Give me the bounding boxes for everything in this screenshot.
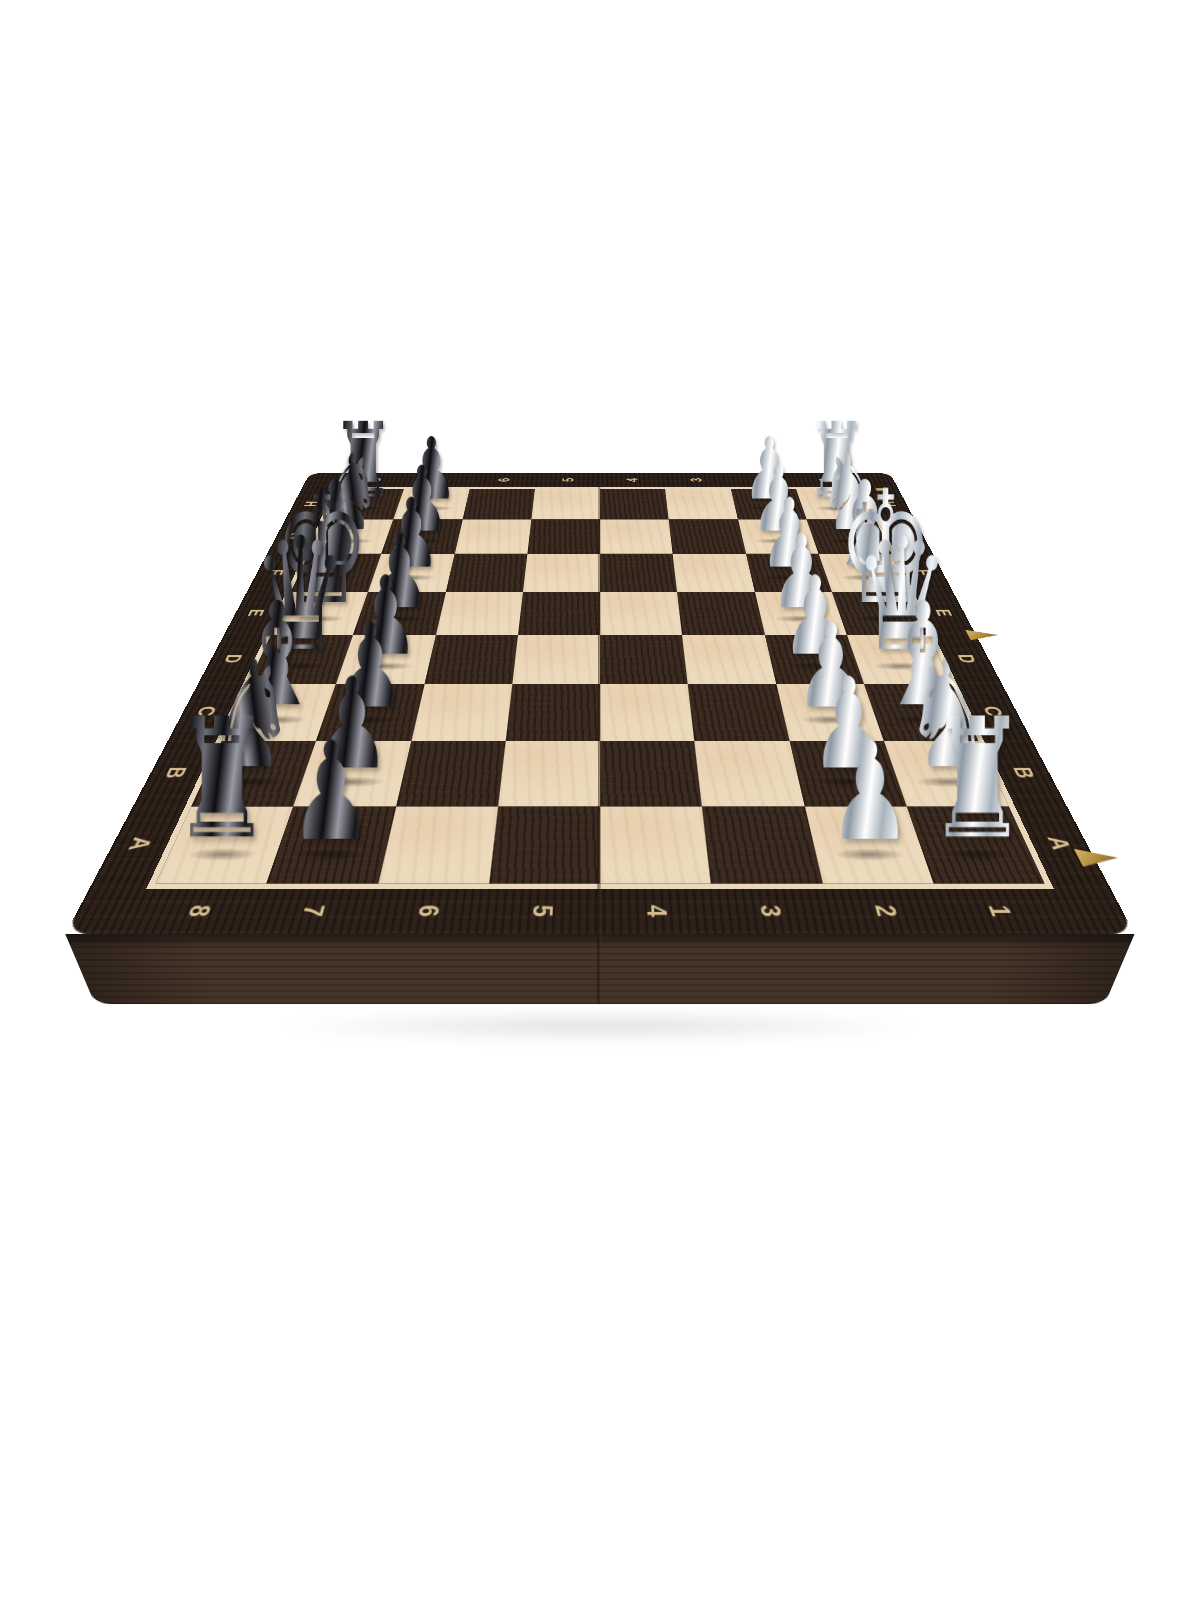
- square-d7: ♟: [336, 635, 435, 684]
- square-d1: ♛: [847, 635, 952, 684]
- piece-shadow: [738, 505, 799, 512]
- square-a3: [702, 806, 822, 883]
- square-d3: [682, 635, 776, 684]
- piece-shadow: [317, 537, 383, 545]
- square-f4: [600, 554, 677, 592]
- square-f8: ♝: [291, 554, 382, 592]
- coord-near-6: 6: [403, 894, 453, 929]
- square-e6: [436, 592, 523, 635]
- coord-right-B: B: [999, 760, 1050, 786]
- coord-near-7: 7: [287, 894, 342, 929]
- piece-shadow: [327, 713, 412, 726]
- coord-left-A: A: [112, 829, 168, 859]
- square-b2: ♟: [789, 741, 906, 807]
- coord-left-H: H: [295, 498, 327, 510]
- square-e3: [677, 592, 764, 635]
- piece-white-bishop-f1: ♝: [824, 470, 906, 578]
- piece-shadow: [803, 775, 895, 790]
- piece-black-bishop-f8: ♝: [294, 470, 376, 578]
- piece-shadow: [788, 713, 873, 726]
- square-d5: [512, 635, 600, 684]
- coord-near-1: 1: [971, 894, 1030, 929]
- corner-rook-mark: ♜: [869, 485, 892, 493]
- coord-right-D: D: [946, 649, 989, 668]
- chess-board: ♜♟♟♜♞♟♟♞♝♟♟♝♚♟♟♚♛♟♟♛♝♟♟♝♞♟♟♞♜♟♟♜ ♜ AA88B…: [65, 473, 1135, 934]
- coord-far-7: 7: [425, 475, 453, 486]
- square-h1: ♜: [796, 489, 875, 520]
- piece-shadow: [234, 713, 320, 726]
- square-g4: [600, 520, 673, 554]
- coord-left-D: D: [211, 649, 254, 668]
- coord-right-A: A: [1032, 829, 1088, 859]
- piece-shadow: [259, 660, 339, 671]
- piece-shadow: [776, 660, 855, 671]
- square-e1: ♚: [832, 592, 929, 635]
- square-h5: [531, 489, 600, 520]
- square-e7: ♟: [353, 592, 445, 635]
- square-h8: ♜: [325, 489, 404, 520]
- square-a6: [378, 806, 498, 883]
- piece-shadow: [389, 537, 454, 545]
- piece-shadow: [755, 573, 824, 582]
- piece-shadow: [806, 505, 868, 512]
- square-c4: [600, 684, 695, 741]
- square-g2: ♟: [738, 520, 819, 554]
- coord-far-2: 2: [747, 475, 775, 486]
- piece-shadow: [376, 573, 445, 582]
- coord-near-4: 4: [634, 894, 680, 929]
- square-g1: ♞: [807, 520, 892, 554]
- piece-shadow: [746, 537, 811, 545]
- square-g7: ♟: [382, 520, 463, 554]
- piece-shadow: [817, 537, 883, 545]
- piece-black-rook-h8: ♜: [327, 414, 401, 509]
- square-b3: [695, 741, 805, 807]
- square-h6: [462, 489, 534, 520]
- square-e5: [518, 592, 600, 635]
- square-c7: ♟: [316, 684, 424, 741]
- piece-shadow: [765, 614, 839, 624]
- coord-far-6: 6: [490, 475, 517, 486]
- coord-near-5: 5: [519, 894, 565, 929]
- coord-right-F: F: [905, 565, 942, 580]
- piece-white-rook-h1: ♜: [800, 414, 874, 509]
- brass-clasp-upper: [965, 629, 1002, 641]
- square-f1: ♝: [818, 554, 909, 592]
- square-f5: [523, 554, 600, 592]
- coord-far-8: 8: [360, 475, 389, 486]
- square-g5: [527, 520, 600, 554]
- piece-shadow: [332, 505, 394, 512]
- square-a4: [600, 806, 711, 883]
- square-h3: [665, 489, 737, 520]
- piece-white-pawn-h2: ♟: [732, 430, 806, 509]
- square-c1: ♝: [864, 684, 978, 741]
- coord-near-2: 2: [859, 894, 914, 929]
- piece-shadow: [280, 846, 380, 863]
- square-c3: [688, 684, 789, 741]
- square-e2: ♟: [754, 592, 846, 635]
- square-f6: [446, 554, 528, 592]
- square-f7: ♟: [368, 554, 454, 592]
- piece-shadow: [171, 846, 273, 863]
- coord-near-3: 3: [747, 894, 797, 929]
- piece-black-pawn-h7: ♟: [394, 430, 468, 509]
- square-b5: [498, 741, 600, 807]
- square-b1: ♞: [884, 741, 1009, 807]
- square-b7: ♟: [294, 741, 411, 807]
- coord-right-E: E: [924, 604, 963, 621]
- piece-shadow: [820, 846, 920, 863]
- square-c5: [505, 684, 600, 741]
- piece-shadow: [400, 505, 461, 512]
- coord-left-E: E: [236, 604, 275, 621]
- coord-right-G: G: [889, 530, 923, 543]
- front-edge-seam: [597, 934, 601, 1004]
- piece-shadow: [880, 713, 966, 726]
- square-f3: [673, 554, 755, 592]
- piece-shadow: [844, 614, 919, 624]
- piece-shadow: [305, 775, 397, 790]
- square-d6: [424, 635, 518, 684]
- square-f2: ♟: [746, 554, 832, 592]
- board-front-edge: [65, 934, 1135, 1004]
- coord-near-8: 8: [170, 894, 229, 929]
- square-h4: [600, 489, 669, 520]
- board-ground-shadow: [140, 1006, 1060, 1046]
- square-h2: ♟: [731, 489, 807, 520]
- piece-shadow: [861, 660, 941, 671]
- coord-left-G: G: [277, 530, 311, 543]
- square-b6: [396, 741, 506, 807]
- square-d8: ♛: [248, 635, 353, 684]
- board-scene: ♜♟♟♜♞♟♟♞♝♟♟♝♚♟♟♚♛♟♟♛♝♟♟♝♞♟♟♞♜♟♟♜ ♜ AA88B…: [224, 259, 976, 1011]
- square-a5: [489, 806, 600, 883]
- coord-left-C: C: [183, 701, 229, 723]
- coord-far-3: 3: [683, 475, 710, 486]
- piece-shadow: [346, 660, 425, 671]
- coord-far-1: 1: [810, 475, 839, 486]
- square-e8: ♚: [271, 592, 368, 635]
- square-e4: [600, 592, 682, 635]
- coord-right-C: C: [970, 701, 1016, 723]
- square-g6: [454, 520, 531, 554]
- square-c6: [411, 684, 512, 741]
- coord-left-F: F: [258, 565, 295, 580]
- square-d4: [600, 635, 688, 684]
- square-g3: [669, 520, 746, 554]
- square-g8: ♞: [309, 520, 394, 554]
- piece-shadow: [281, 614, 356, 624]
- coord-right-H: H: [873, 498, 905, 510]
- fold-seam: [597, 473, 601, 934]
- coord-left-B: B: [150, 760, 201, 786]
- square-h7: ♟: [393, 489, 469, 520]
- piece-shadow: [300, 573, 370, 582]
- piece-shadow: [927, 846, 1029, 863]
- coord-far-5: 5: [555, 475, 581, 486]
- square-b4: [600, 741, 702, 807]
- coord-far-4: 4: [619, 475, 645, 486]
- piece-shadow: [362, 614, 436, 624]
- piece-shadow: [830, 573, 900, 582]
- piece-shadow: [901, 775, 994, 790]
- piece-shadow: [205, 775, 298, 790]
